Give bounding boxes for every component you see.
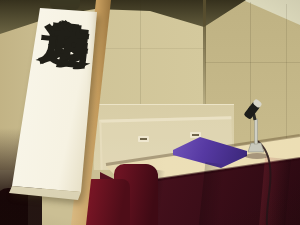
photo-vignette [0,0,300,225]
rakugo-stage-photo: 入 船 亭 扇 遊 [0,0,300,225]
